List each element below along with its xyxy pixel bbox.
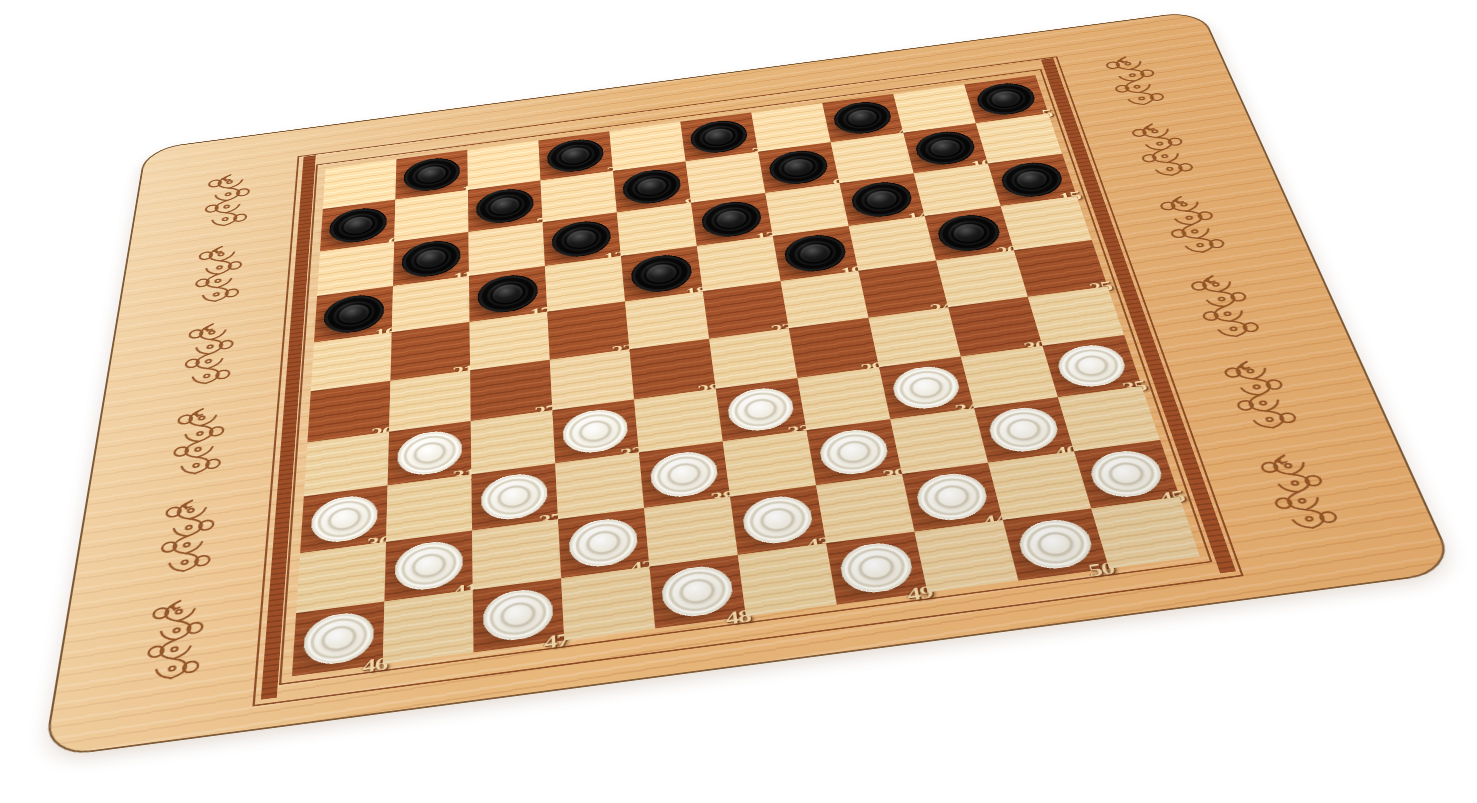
black-man-3[interactable]	[689, 118, 749, 156]
piece-center-ring	[578, 419, 612, 444]
board-perspective-layer: 1234567891011121314151617181920212223242…	[39, 0, 1373, 803]
white-man-40[interactable]	[985, 404, 1062, 455]
piece-center-ring	[413, 440, 446, 465]
white-man-49[interactable]	[837, 540, 916, 596]
square-20[interactable]: 20	[925, 206, 1014, 261]
light-square	[617, 203, 697, 256]
light-square	[470, 312, 550, 371]
floral-vine-icon	[1177, 266, 1273, 347]
floral-vine-icon	[147, 489, 227, 582]
piece-top-face	[396, 539, 462, 592]
light-square	[561, 567, 655, 641]
piece-center-ring	[835, 439, 872, 465]
square-24[interactable]: 24	[858, 261, 948, 318]
square-50[interactable]: 50	[1003, 508, 1109, 580]
square-18[interactable]: 18	[621, 246, 703, 302]
floral-vine-icon	[1094, 49, 1176, 113]
piece-center-ring	[566, 228, 597, 249]
square-49[interactable]: 49	[826, 532, 927, 605]
black-man-1[interactable]	[404, 155, 460, 194]
light-square	[914, 164, 1001, 216]
piece-top-face	[479, 273, 538, 315]
piece-center-ring	[338, 303, 369, 325]
square-47[interactable]: 47	[473, 578, 565, 652]
floral-vine-icon	[194, 166, 260, 234]
square-13[interactable]: 13	[691, 193, 773, 246]
piece-center-ring	[585, 529, 621, 556]
black-man-14[interactable]	[849, 179, 915, 220]
black-man-9[interactable]	[767, 148, 830, 187]
square-31[interactable]: 31	[388, 421, 472, 485]
piece-center-ring	[497, 483, 531, 509]
floral-vine-ornament-left	[114, 164, 276, 693]
square-34[interactable]: 34	[879, 357, 974, 420]
photo-canvas: { "game": "checkers-draughts-internation…	[0, 0, 1477, 803]
piece-center-ring	[908, 375, 945, 400]
floral-vine-icon	[172, 315, 244, 394]
light-square	[383, 590, 474, 665]
piece-center-ring	[743, 397, 778, 422]
black-man-4[interactable]	[831, 99, 894, 137]
piece-center-ring	[1004, 417, 1043, 443]
piece-center-ring	[1106, 460, 1147, 487]
floral-vine-icon	[160, 398, 236, 484]
light-square	[468, 222, 544, 276]
square-33[interactable]: 33	[716, 378, 807, 441]
white-man-44[interactable]	[913, 470, 991, 523]
piece-center-ring	[416, 248, 445, 269]
piece-center-ring	[857, 553, 897, 581]
square-22[interactable]: 22	[547, 302, 629, 360]
black-man-20[interactable]	[935, 212, 1004, 254]
piece-center-ring	[645, 263, 677, 285]
piece-center-ring	[798, 242, 831, 264]
piece-center-ring	[759, 506, 797, 533]
piece-center-ring	[1015, 169, 1050, 189]
piece-top-face	[783, 233, 847, 274]
light-square	[545, 256, 625, 312]
piece-center-ring	[343, 215, 372, 235]
piece-center-ring	[418, 165, 446, 184]
light-square	[961, 346, 1058, 408]
piece-center-ring	[951, 222, 986, 243]
square-46[interactable]: 46	[292, 601, 385, 676]
floral-vine-icon	[1120, 116, 1206, 185]
white-man-43[interactable]	[741, 493, 815, 547]
piece-top-face	[311, 494, 377, 545]
piece-center-ring	[865, 189, 898, 210]
piece-center-ring	[678, 577, 716, 606]
square-12[interactable]: 12	[543, 212, 621, 265]
square-48[interactable]: 48	[650, 555, 747, 629]
light-square	[472, 519, 561, 590]
floral-vine-icon	[133, 589, 217, 691]
piece-center-ring	[327, 506, 361, 533]
light-square	[797, 367, 890, 430]
black-man-15[interactable]	[998, 160, 1067, 200]
piece-center-ring	[1035, 530, 1077, 558]
black-man-5[interactable]	[974, 80, 1039, 117]
square-25[interactable]: 25	[1014, 240, 1108, 297]
piece-center-ring	[716, 209, 748, 230]
floral-vine-icon	[184, 238, 253, 311]
light-square	[915, 520, 1019, 593]
white-man-32[interactable]	[562, 407, 629, 456]
black-man-10[interactable]	[913, 129, 979, 168]
piece-center-ring	[500, 600, 536, 629]
floral-vine-icon	[1147, 188, 1237, 262]
draughts-board-mat: 1234567891011121314151617181920212223242…	[43, 10, 1458, 758]
light-square	[765, 183, 848, 236]
piece-top-face	[936, 213, 1003, 254]
square-17[interactable]: 17	[469, 266, 547, 322]
white-man-45[interactable]	[1086, 448, 1168, 501]
floral-vine-icon	[1245, 444, 1353, 540]
black-man-8[interactable]	[622, 167, 682, 207]
black-man-2[interactable]	[547, 137, 605, 175]
piece-center-ring	[932, 483, 971, 510]
square-14[interactable]: 14	[840, 173, 925, 226]
black-man-11[interactable]	[402, 238, 461, 280]
white-man-50[interactable]	[1015, 516, 1097, 572]
piece-top-face	[324, 293, 383, 335]
piece-center-ring	[321, 624, 357, 653]
white-man-39[interactable]	[817, 427, 891, 478]
piece-center-ring	[492, 283, 523, 305]
piece-center-ring	[666, 461, 702, 487]
light-square	[936, 250, 1028, 307]
square-36[interactable]: 36	[300, 485, 388, 553]
piece-center-ring	[412, 552, 446, 580]
floral-vine-icon	[1210, 351, 1311, 439]
light-square	[738, 543, 837, 616]
light-square	[386, 474, 472, 542]
